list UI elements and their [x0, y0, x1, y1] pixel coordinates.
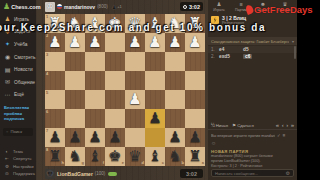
new-player-badge: [108, 172, 117, 176]
black-pawn[interactable]: ♟: [168, 130, 181, 145]
square-c4[interactable]: [145, 71, 165, 90]
square-c3[interactable]: [145, 52, 165, 71]
opening-name: Скандинавская защита: Гамбит Блэкберна: [211, 39, 289, 44]
opponent-avatar[interactable]: ♔: [45, 2, 55, 12]
white-pawn[interactable]: ♟: [68, 35, 81, 50]
move-navigation: «‹›»: [276, 122, 294, 128]
ad-logo-text: GetFreeDays: [254, 4, 313, 15]
square-b8[interactable]: b♞: [165, 147, 185, 166]
chat-input[interactable]: Написать сообщение... ⚙: [211, 169, 294, 177]
square-f4[interactable]: [85, 71, 105, 90]
clock-icon: [183, 5, 187, 9]
sidebar-item-учёба[interactable]: ✦Учёба: [0, 38, 36, 51]
square-b5[interactable]: [165, 90, 185, 109]
square-h7[interactable]: 7♟: [45, 128, 65, 147]
white-pawn[interactable]: ♟: [168, 35, 181, 50]
учёба-icon: ✦: [4, 41, 11, 47]
ещё-icon: ⋯: [4, 92, 11, 98]
move-number: 2.: [211, 54, 219, 59]
chess-board[interactable]: 1♜♞♝♚♛♝♞♜2♟♟♟♟♟♟♟345♟6♟7♟♟♟♟♟♟8h♜g♞f♝e♚d…: [45, 14, 205, 166]
half-point-icon: ½: [211, 123, 215, 128]
sidebar-item-label: Ещё: [14, 92, 24, 97]
black-pawn[interactable]: ♟: [188, 130, 201, 145]
black-pawn[interactable]: ♟: [148, 111, 161, 126]
square-c2[interactable]: ♟: [145, 33, 165, 52]
rank-label: 4: [46, 72, 48, 76]
square-a6[interactable]: [185, 109, 205, 128]
chat-intro-text: Вы впервые играете против mandarinovv: [211, 134, 275, 138]
square-d7[interactable]: [125, 128, 145, 147]
ad-logo: GetFreeDays: [246, 4, 313, 15]
thumbs-up-icon[interactable]: ✓: [277, 133, 281, 138]
go-forward-button[interactable]: ›: [286, 122, 288, 128]
square-e3[interactable]: [105, 52, 125, 71]
app-background: ♟ Chess.com ♟Играть❖Задачи✦Учёба◉Смотрет…: [0, 0, 320, 180]
black-knight[interactable]: ♞: [168, 149, 181, 164]
player-bar: ♚ LionBadGamer (100) 3:02: [45, 167, 205, 180]
black-move[interactable]: c6: [243, 54, 267, 59]
square-e4[interactable]: [105, 71, 125, 90]
captured-count: +1: [117, 4, 122, 9]
sidebar-item-label: Общение: [14, 80, 35, 85]
square-h5[interactable]: 5: [45, 90, 65, 109]
search-icon: ○: [6, 129, 8, 134]
смотреть-icon: ◉: [4, 54, 11, 60]
opponent-username[interactable]: mandarinovv: [64, 4, 95, 10]
sidebar-item-label: Смотреть: [14, 55, 35, 60]
tab-label: Играть: [208, 8, 230, 12]
opening-name-bar[interactable]: Скандинавская защита: Гамбит Блэкберна ▾: [208, 37, 297, 45]
white-pawn[interactable]: ♟: [88, 35, 101, 50]
настройки-icon: ⚙: [4, 164, 10, 169]
rank-label: 1: [46, 15, 48, 19]
go-back-button[interactable]: ‹: [282, 122, 284, 128]
rank-label: 2: [46, 34, 48, 38]
tab-играть[interactable]: ♟Играть: [208, 1, 230, 12]
square-h4[interactable]: 4: [45, 71, 65, 90]
square-g4[interactable]: [65, 71, 85, 90]
свернуть-icon: ⇤: [4, 156, 10, 161]
watermark-text: our.Keep2Share.com and get 10% bonus da: [0, 22, 266, 33]
square-c7[interactable]: [145, 128, 165, 147]
white-pawn[interactable]: ♟: [148, 35, 161, 50]
square-g3[interactable]: [65, 52, 85, 71]
square-h8[interactable]: 8h♜: [45, 147, 65, 166]
square-b4[interactable]: [165, 71, 185, 90]
square-f3[interactable]: [85, 52, 105, 71]
square-a8[interactable]: a♜: [185, 147, 205, 166]
square-d3[interactable]: [125, 52, 145, 71]
играть-icon: ♟: [208, 1, 230, 8]
square-f7[interactable]: ♟: [85, 128, 105, 147]
move-number: 1.: [211, 47, 219, 52]
square-a4[interactable]: [185, 71, 205, 90]
новости-icon: ▤: [4, 67, 11, 73]
sidebar-item-ещё[interactable]: ⋯Ещё: [0, 89, 36, 102]
square-a5[interactable]: [185, 90, 205, 109]
square-a2[interactable]: ♟: [185, 33, 205, 52]
black-queen[interactable]: ♛: [128, 149, 141, 164]
black-pawn[interactable]: ♟: [108, 130, 121, 145]
opponent-flag-icon: [57, 4, 62, 9]
rank-label: 7: [46, 129, 48, 133]
white-pawn[interactable]: ♟: [48, 35, 61, 50]
square-f8[interactable]: f♝: [85, 147, 105, 166]
black-king[interactable]: ♚: [108, 149, 121, 164]
resign-button[interactable]: ⚑ Сдаться: [232, 123, 254, 128]
square-d6[interactable]: [125, 109, 145, 128]
sidebar-item-новости[interactable]: ▤Новости: [0, 63, 36, 76]
black-bishop[interactable]: ♝: [148, 149, 161, 164]
logo-text: Chess.com: [11, 4, 40, 10]
white-move[interactable]: exd5: [219, 54, 243, 59]
square-e6[interactable]: [105, 109, 125, 128]
file-label: e: [122, 161, 124, 165]
captured-pawn-icon: ♟: [112, 4, 116, 10]
square-f2[interactable]: ♟: [85, 33, 105, 52]
search-placeholder: Поиск: [10, 129, 22, 134]
move-list-scrollbar[interactable]: [294, 46, 296, 59]
rank-label: 3: [46, 53, 48, 57]
black-pawn[interactable]: ♟: [48, 130, 61, 145]
sidebar-item-смотреть[interactable]: ◉Смотреть: [0, 51, 36, 64]
black-pawn[interactable]: ♟: [68, 130, 81, 145]
square-g5[interactable]: [65, 90, 85, 109]
square-d2[interactable]: ♟: [125, 33, 145, 52]
square-e8[interactable]: e♚: [105, 147, 125, 166]
black-knight[interactable]: ♞: [68, 149, 81, 164]
square-a7[interactable]: ♟: [185, 128, 205, 147]
square-c6[interactable]: ♟: [145, 109, 165, 128]
sidebar-item-label: Новости: [14, 67, 33, 72]
square-g8[interactable]: g♞: [65, 147, 85, 166]
white-pawn[interactable]: ♟: [128, 92, 141, 107]
sidebar-item-label: Учёба: [14, 42, 28, 47]
resign-flag-icon: ⚑: [232, 123, 236, 128]
draw-button[interactable]: ½ Ничья: [211, 123, 228, 128]
black-rook[interactable]: ♜: [188, 149, 201, 164]
black-pawn[interactable]: ♟: [88, 130, 101, 145]
chat-area: Вы впервые играете против mandarinovv ✓ …: [211, 133, 294, 169]
chesscom-logo[interactable]: ♟ Chess.com: [0, 0, 36, 13]
video-letterbox: [297, 0, 320, 180]
file-label: b: [182, 161, 184, 165]
white-move[interactable]: e4: [219, 47, 243, 52]
square-f5[interactable]: [85, 90, 105, 109]
square-g2[interactable]: ♟: [65, 33, 85, 52]
square-g6[interactable]: [65, 109, 85, 128]
player-clock: 3:02: [180, 169, 203, 178]
white-pawn[interactable]: ♟: [128, 35, 141, 50]
file-label: g: [82, 161, 84, 165]
logo-pawn-icon: ♟: [3, 3, 10, 11]
square-h3[interactable]: 3: [45, 52, 65, 71]
square-c8[interactable]: c♝: [145, 147, 165, 166]
go-end-button[interactable]: »: [291, 122, 294, 128]
square-f6[interactable]: [85, 109, 105, 128]
тема-icon: ◐: [4, 149, 10, 154]
black-rook[interactable]: ♜: [48, 149, 61, 164]
поддержка-icon: ⊙: [4, 171, 10, 176]
player-username[interactable]: LionBadGamer: [57, 171, 93, 177]
move-list: 1.e4d52.exd5c6: [208, 46, 297, 60]
footer-item-label: Тема: [13, 149, 23, 154]
square-d5[interactable]: ♟: [125, 90, 145, 109]
file-label: f: [103, 161, 104, 165]
opponent-bar: ♔ mandarinovv (800) ♟ +1 3:02: [45, 0, 205, 13]
square-b2[interactable]: ♟: [165, 33, 185, 52]
black-move[interactable]: d5: [243, 47, 267, 52]
free-trial-link[interactable]: Бесплатная пробная подписка: [4, 105, 33, 122]
footer-item-label: Настройки: [13, 164, 34, 169]
opponent-rating: (800): [97, 4, 108, 9]
square-b7[interactable]: ♟: [165, 128, 185, 147]
square-a3[interactable]: [185, 52, 205, 71]
chevron-down-icon: ▾: [292, 39, 294, 44]
footer-item-свернуть[interactable]: ⇤Свернуть: [0, 155, 36, 162]
footer-item-настройки[interactable]: ⚙Настройки: [0, 162, 36, 169]
square-e2[interactable]: [105, 33, 125, 52]
captured-pieces: ♟ +1: [112, 4, 122, 10]
square-c5[interactable]: [145, 90, 165, 109]
file-label: c: [162, 161, 164, 165]
game-controls: ½ Ничья ⚑ Сдаться «‹›»: [208, 121, 297, 130]
square-h6[interactable]: 6: [45, 109, 65, 128]
footer-item-label: Поддержка: [13, 171, 35, 176]
player-rating: (100): [95, 171, 106, 176]
file-label: a: [202, 161, 204, 165]
white-pawn[interactable]: ♟: [188, 35, 201, 50]
move-row: 2.exd5c6: [208, 53, 297, 60]
sidebar-item-общение[interactable]: ✉Общение: [0, 76, 36, 89]
square-b6[interactable]: [165, 109, 185, 128]
search-input[interactable]: ○ Поиск: [3, 128, 33, 136]
footer-item-label: Свернуть: [13, 156, 31, 161]
chat-lines: mandarinovv (800) сыграет белымипротив L…: [211, 154, 294, 169]
file-label: d: [142, 161, 144, 165]
file-label: h: [62, 161, 64, 165]
go-start-button[interactable]: «: [276, 122, 279, 128]
square-d8[interactable]: d♛: [125, 147, 145, 166]
player-avatar[interactable]: ♚: [45, 169, 55, 179]
square-d4[interactable]: [125, 71, 145, 90]
footer-item-тема[interactable]: ◐Тема: [0, 148, 36, 155]
square-e7[interactable]: ♟: [105, 128, 125, 147]
square-h2[interactable]: 2♟: [45, 33, 65, 52]
square-g7[interactable]: ♟: [65, 128, 85, 147]
move-row: 1.e4d5: [208, 46, 297, 53]
общение-icon: ✉: [4, 79, 11, 85]
gear-icon[interactable]: ⚙: [286, 170, 290, 176]
sidebar-footer: ◐Тема⇤Свернуть⚙Настройки⊙Поддержка: [0, 148, 36, 177]
emoji-button[interactable]: ☺: [211, 140, 294, 146]
chat-placeholder: Написать сообщение...: [215, 171, 258, 176]
rank-label: 6: [46, 110, 48, 114]
square-b3[interactable]: [165, 52, 185, 71]
flame-icon: [245, 4, 255, 15]
chat-intro-row: Вы впервые играете против mandarinovv ✓ …: [211, 133, 294, 138]
black-bishop[interactable]: ♝: [88, 149, 101, 164]
footer-item-поддержка[interactable]: ⊙Поддержка: [0, 170, 36, 177]
rank-label: 8: [46, 148, 48, 152]
rank-label: 5: [46, 91, 48, 95]
menu-icon[interactable]: ≡: [283, 133, 286, 138]
opponent-clock: 3:02: [180, 2, 203, 11]
square-e5[interactable]: [105, 90, 125, 109]
